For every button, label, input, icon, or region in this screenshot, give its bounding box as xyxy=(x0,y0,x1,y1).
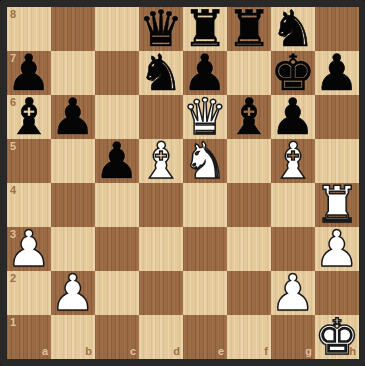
square-b8[interactable] xyxy=(51,7,95,51)
square-d1[interactable]: d xyxy=(139,315,183,359)
board-frame: 8♛♜♜♞7♟♞♟♚♟6♝♟♛♝♟5♟♝♞♝4♜3♟♟2♟♟1abcdefgh♚ xyxy=(0,0,365,366)
square-f6[interactable]: ♝ xyxy=(227,95,271,139)
square-e2[interactable] xyxy=(183,271,227,315)
white-pawn-a3[interactable]: ♟ xyxy=(7,227,52,271)
square-d2[interactable] xyxy=(139,271,183,315)
black-bishop-a6[interactable]: ♝ xyxy=(7,95,52,139)
file-label-b: b xyxy=(85,346,92,357)
square-g2[interactable]: ♟ xyxy=(271,271,315,315)
square-c3[interactable] xyxy=(95,227,139,271)
square-d5[interactable]: ♝ xyxy=(139,139,183,183)
square-f4[interactable] xyxy=(227,183,271,227)
file-label-a: a xyxy=(42,346,48,357)
square-f3[interactable] xyxy=(227,227,271,271)
square-e5[interactable]: ♞ xyxy=(183,139,227,183)
square-b6[interactable]: ♟ xyxy=(51,95,95,139)
square-b2[interactable]: ♟ xyxy=(51,271,95,315)
white-pawn-b2[interactable]: ♟ xyxy=(51,271,96,315)
white-pawn-h3[interactable]: ♟ xyxy=(315,227,360,271)
black-pawn-h7[interactable]: ♟ xyxy=(315,51,360,95)
square-c2[interactable] xyxy=(95,271,139,315)
black-pawn-b6[interactable]: ♟ xyxy=(51,95,96,139)
square-f8[interactable]: ♜ xyxy=(227,7,271,51)
file-label-f: f xyxy=(264,346,268,357)
square-c1[interactable]: c xyxy=(95,315,139,359)
square-e3[interactable] xyxy=(183,227,227,271)
black-pawn-c5[interactable]: ♟ xyxy=(95,139,140,183)
black-rook-f8[interactable]: ♜ xyxy=(227,7,272,51)
file-label-e: e xyxy=(218,346,224,357)
square-h3[interactable]: ♟ xyxy=(315,227,359,271)
square-c5[interactable]: ♟ xyxy=(95,139,139,183)
square-f1[interactable]: f xyxy=(227,315,271,359)
chess-board: 8♛♜♜♞7♟♞♟♚♟6♝♟♛♝♟5♟♝♞♝4♜3♟♟2♟♟1abcdefgh♚ xyxy=(7,7,359,359)
square-b4[interactable] xyxy=(51,183,95,227)
square-d7[interactable]: ♞ xyxy=(139,51,183,95)
white-pawn-g2[interactable]: ♟ xyxy=(271,271,316,315)
white-king-h1[interactable]: ♚ xyxy=(315,315,360,359)
square-c7[interactable] xyxy=(95,51,139,95)
square-a1[interactable]: 1a xyxy=(7,315,51,359)
square-h1[interactable]: h♚ xyxy=(315,315,359,359)
square-h7[interactable]: ♟ xyxy=(315,51,359,95)
square-c8[interactable] xyxy=(95,7,139,51)
square-d3[interactable] xyxy=(139,227,183,271)
file-label-c: c xyxy=(130,346,136,357)
rank-label-8: 8 xyxy=(10,9,16,20)
rank-label-1: 1 xyxy=(10,317,16,328)
white-knight-e5[interactable]: ♞ xyxy=(183,139,228,183)
square-f2[interactable] xyxy=(227,271,271,315)
square-g5[interactable]: ♝ xyxy=(271,139,315,183)
white-bishop-d5[interactable]: ♝ xyxy=(139,139,184,183)
black-knight-d7[interactable]: ♞ xyxy=(139,51,184,95)
square-e1[interactable]: e xyxy=(183,315,227,359)
black-bishop-f6[interactable]: ♝ xyxy=(227,95,272,139)
file-label-g: g xyxy=(305,346,312,357)
rank-label-4: 4 xyxy=(10,185,16,196)
square-a3[interactable]: 3♟ xyxy=(7,227,51,271)
square-a6[interactable]: 6♝ xyxy=(7,95,51,139)
white-bishop-g5[interactable]: ♝ xyxy=(271,139,316,183)
file-label-d: d xyxy=(173,346,180,357)
